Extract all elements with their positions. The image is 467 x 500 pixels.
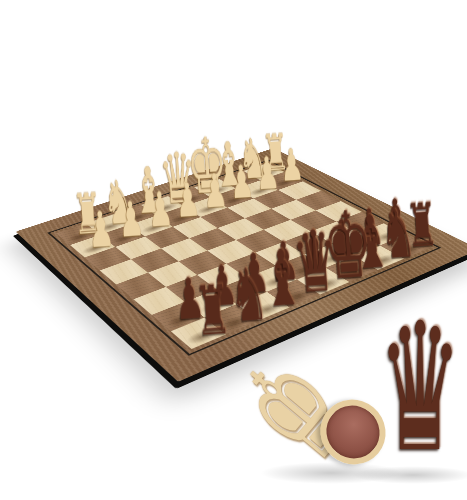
board-perspective-scene: ♜♞♝♛♚♝♞♜♟♟♟♟♟♟♟♟♟♟♟♟♟♟♟♟♜♞♝♛♚♝♞♜	[58, 62, 414, 418]
piece-contact-shadow	[289, 262, 322, 278]
chess-set-product-photo: ♜♞♝♛♚♝♞♜♟♟♟♟♟♟♟♟♟♟♟♟♟♟♟♟♜♞♝♛♚♝♞♜ ♚ ♛	[0, 0, 467, 500]
square-e8: ♚	[297, 268, 349, 295]
piece-contact-shadow	[311, 276, 345, 293]
piece-contact-shadow	[368, 253, 401, 268]
square-e4	[218, 218, 264, 240]
square-f8: ♝	[326, 256, 377, 282]
piece-contact-shadow	[110, 231, 141, 245]
board-inlay-border: ♜♞♝♛♚♝♞♜♟♟♟♟♟♟♟♟♟♟♟♟♟♟♟♟♜♞♝♛♚♝♞♜	[47, 160, 441, 356]
square-c3	[144, 227, 189, 249]
chess-board-grid: ♜♞♝♛♚♝♞♜♟♟♟♟♟♟♟♟♟♟♟♟♟♟♟♟♜♞♝♛♚♝♞♜	[56, 163, 431, 349]
piece-contact-shadow	[340, 264, 373, 280]
piece-contact-shadow	[184, 327, 221, 346]
piece-contact-shadow	[250, 300, 285, 318]
piece-contact-shadow	[218, 313, 254, 332]
piece-contact-shadow	[281, 288, 316, 305]
piece-contact-shadow	[317, 251, 349, 266]
piece-contact-shadow	[371, 230, 402, 244]
piece-contact-shadow	[259, 273, 293, 289]
white-pawn: ♟	[279, 142, 305, 187]
standing-piece-shadow	[352, 466, 467, 484]
board-stage: ♜♞♝♛♚♝♞♜♟♟♟♟♟♟♟♟♟♟♟♟♟♟♟♟♜♞♝♛♚♝♞♜	[0, 0, 467, 500]
square-h5	[316, 201, 362, 221]
piece-contact-shadow	[395, 242, 427, 257]
piece-contact-shadow	[345, 240, 377, 255]
chess-board: ♜♞♝♛♚♝♞♜♟♟♟♟♟♟♟♟♟♟♟♟♟♟♟♟♜♞♝♛♚♝♞♜	[16, 148, 467, 382]
white-bishop: ♝	[211, 134, 238, 196]
square-h7: ♟	[358, 223, 407, 245]
